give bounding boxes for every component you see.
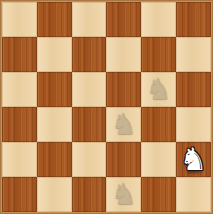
square-d1[interactable]: ♞ bbox=[106, 177, 141, 212]
square-a2[interactable] bbox=[2, 142, 37, 177]
square-e3[interactable] bbox=[141, 107, 176, 142]
square-d6[interactable] bbox=[106, 2, 141, 37]
square-d3[interactable]: ♞ bbox=[106, 107, 141, 142]
square-b3[interactable] bbox=[37, 107, 72, 142]
square-b6[interactable] bbox=[37, 2, 72, 37]
square-a6[interactable] bbox=[2, 2, 37, 37]
move-hint-knight-d3[interactable]: ♞ bbox=[106, 107, 141, 142]
square-a5[interactable] bbox=[2, 37, 37, 72]
square-c6[interactable] bbox=[72, 2, 107, 37]
square-f4[interactable] bbox=[176, 72, 211, 107]
square-e5[interactable] bbox=[141, 37, 176, 72]
square-f6[interactable] bbox=[176, 2, 211, 37]
square-b4[interactable] bbox=[37, 72, 72, 107]
move-hint-knight-e4[interactable]: ♞ bbox=[141, 72, 176, 107]
square-d2[interactable] bbox=[106, 142, 141, 177]
square-f3[interactable] bbox=[176, 107, 211, 142]
square-e1[interactable] bbox=[141, 177, 176, 212]
square-c3[interactable] bbox=[72, 107, 107, 142]
move-hint-knight-d1[interactable]: ♞ bbox=[106, 177, 141, 212]
square-c1[interactable] bbox=[72, 177, 107, 212]
square-a1[interactable] bbox=[2, 177, 37, 212]
square-c5[interactable] bbox=[72, 37, 107, 72]
chess-board: ♞♞♞♞ bbox=[0, 0, 213, 214]
square-a4[interactable] bbox=[2, 72, 37, 107]
square-f2[interactable]: ♞ bbox=[176, 142, 211, 177]
square-b2[interactable] bbox=[37, 142, 72, 177]
square-f5[interactable] bbox=[176, 37, 211, 72]
white-knight-f2[interactable]: ♞ bbox=[176, 142, 211, 177]
square-a3[interactable] bbox=[2, 107, 37, 142]
square-b1[interactable] bbox=[37, 177, 72, 212]
square-e4[interactable]: ♞ bbox=[141, 72, 176, 107]
square-f1[interactable] bbox=[176, 177, 211, 212]
square-c2[interactable] bbox=[72, 142, 107, 177]
square-c4[interactable] bbox=[72, 72, 107, 107]
square-d4[interactable] bbox=[106, 72, 141, 107]
square-e2[interactable] bbox=[141, 142, 176, 177]
square-e6[interactable] bbox=[141, 2, 176, 37]
square-d5[interactable] bbox=[106, 37, 141, 72]
square-b5[interactable] bbox=[37, 37, 72, 72]
